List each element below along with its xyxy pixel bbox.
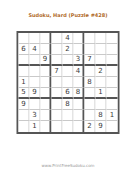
cell-r1c4 — [52, 33, 63, 44]
cell-r6c2: 9 — [30, 88, 41, 99]
cell-r6c6: 8 — [74, 88, 85, 99]
cell-r5c7: 8 — [85, 77, 96, 88]
cell-r7c2 — [30, 99, 41, 110]
cell-r6c8: 1 — [96, 88, 107, 99]
cell-r7c8 — [96, 99, 107, 110]
cell-r3c2 — [30, 55, 41, 66]
cell-r2c2: 4 — [30, 44, 41, 55]
cell-r4c4: 7 — [52, 66, 63, 77]
cell-r8c1 — [19, 110, 30, 121]
cell-r4c2 — [30, 66, 41, 77]
cell-r8c5 — [63, 110, 74, 121]
cell-r1c1 — [19, 33, 30, 44]
cell-r5c9 — [107, 77, 118, 88]
cell-r9c9 — [107, 121, 118, 132]
cell-r4c8: 2 — [96, 66, 107, 77]
cell-r3c5 — [63, 55, 74, 66]
cell-r6c5: 6 — [63, 88, 74, 99]
cell-r2c6 — [74, 44, 85, 55]
cell-r9c2: 1 — [30, 121, 41, 132]
cell-r4c6: 4 — [74, 66, 85, 77]
cell-r3c8 — [96, 55, 107, 66]
cell-r7c3 — [41, 99, 52, 110]
cell-r9c3 — [41, 121, 52, 132]
cell-r7c1: 9 — [19, 99, 30, 110]
cell-r7c6 — [74, 99, 85, 110]
cell-r8c3 — [41, 110, 52, 121]
cell-r1c6 — [74, 33, 85, 44]
cell-r6c3 — [41, 88, 52, 99]
cell-r8c4 — [52, 110, 63, 121]
cell-r8c9: 1 — [107, 110, 118, 121]
cell-r3c3: 9 — [41, 55, 52, 66]
cell-r2c1: 6 — [19, 44, 30, 55]
cell-r5c3 — [41, 77, 52, 88]
cell-r9c1 — [19, 121, 30, 132]
cell-r3c4 — [52, 55, 63, 66]
page: Sudoku, Hard (Puzzle #428) 4642937742185… — [0, 0, 136, 176]
cell-r8c6 — [74, 110, 85, 121]
cell-r1c9 — [107, 33, 118, 44]
cell-r9c8: 9 — [96, 121, 107, 132]
cell-r6c7 — [85, 88, 96, 99]
cell-r1c8 — [96, 33, 107, 44]
cell-r4c9 — [107, 66, 118, 77]
cell-r8c8: 8 — [96, 110, 107, 121]
cell-r9c6 — [74, 121, 85, 132]
cell-r6c9 — [107, 88, 118, 99]
cell-r4c7 — [85, 66, 96, 77]
cell-r7c4 — [52, 99, 63, 110]
cell-r3c1 — [19, 55, 30, 66]
cell-r7c7 — [85, 99, 96, 110]
cell-r7c5: 8 — [63, 99, 74, 110]
cell-r6c1: 5 — [19, 88, 30, 99]
cell-r5c1: 1 — [19, 77, 30, 88]
cell-r1c2 — [30, 33, 41, 44]
cell-r7c9 — [107, 99, 118, 110]
cell-r1c3 — [41, 33, 52, 44]
cell-r9c5 — [63, 121, 74, 132]
cell-r4c5 — [63, 66, 74, 77]
cell-r8c7 — [85, 110, 96, 121]
cell-r2c8 — [96, 44, 107, 55]
cell-r2c9 — [107, 44, 118, 55]
cell-r1c7 — [85, 33, 96, 44]
cell-r4c1 — [19, 66, 30, 77]
puzzle-title: Sudoku, Hard (Puzzle #428) — [0, 12, 136, 18]
cell-r3c7: 7 — [85, 55, 96, 66]
sudoku-board: 4642937742185968198381129 — [17, 31, 120, 134]
cell-r4c3 — [41, 66, 52, 77]
cell-r2c5: 2 — [63, 44, 74, 55]
cell-r3c6: 3 — [74, 55, 85, 66]
cell-r5c6 — [74, 77, 85, 88]
cell-r2c7 — [85, 44, 96, 55]
cell-r6c4 — [52, 88, 63, 99]
cell-r3c9 — [107, 55, 118, 66]
cell-r5c2 — [30, 77, 41, 88]
cell-r8c2: 3 — [30, 110, 41, 121]
cell-r9c7: 2 — [85, 121, 96, 132]
footer-url: www.PrintFreeSudoku.com — [0, 163, 136, 168]
cell-r1c5: 4 — [63, 33, 74, 44]
cell-r5c4 — [52, 77, 63, 88]
cell-r9c4 — [52, 121, 63, 132]
cell-r5c8 — [96, 77, 107, 88]
cell-r2c3 — [41, 44, 52, 55]
cell-r2c4 — [52, 44, 63, 55]
cell-r5c5 — [63, 77, 74, 88]
